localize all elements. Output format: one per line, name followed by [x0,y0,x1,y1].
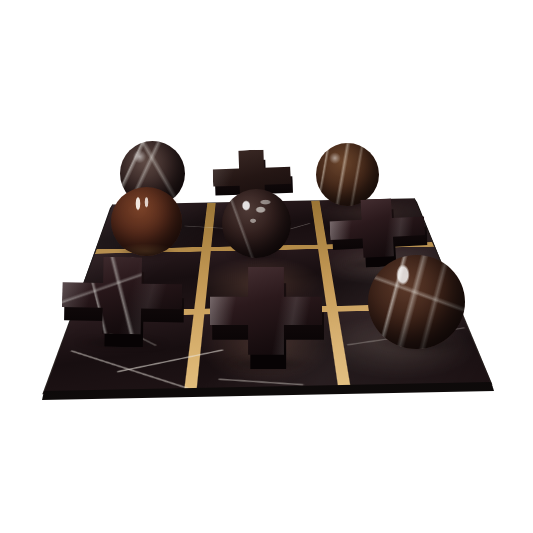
cross-top-face [61,256,182,335]
cross-top-face [328,197,426,260]
piece-o-r0c2[interactable] [316,143,379,206]
piece-x-r2c0[interactable] [61,256,183,348]
piece-x-r2c1[interactable] [210,267,322,369]
piece-o-r2c2[interactable] [368,255,465,349]
cross-top-face [210,267,322,355]
piece-layer [0,0,533,533]
product-photo-tic-tac-toe-set [0,0,533,533]
piece-o-r1c1[interactable] [222,189,291,258]
piece-o-r1c0[interactable] [111,187,182,256]
